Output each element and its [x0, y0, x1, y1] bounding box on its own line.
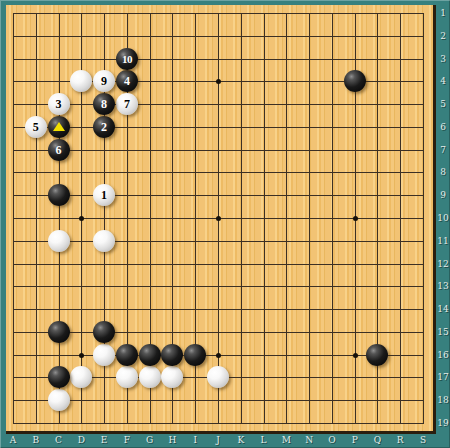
move-number: 7	[124, 98, 130, 110]
row-label-14: 14	[436, 303, 450, 315]
move-number: 3	[56, 98, 62, 110]
col-label-E: E	[96, 434, 112, 446]
stone-white-D4	[70, 70, 92, 92]
grid-line-vertical	[286, 13, 287, 424]
grid-line-vertical	[309, 13, 310, 424]
stone-white-J17	[207, 366, 229, 388]
stone-white-D17	[70, 366, 92, 388]
grid-line-horizontal	[13, 400, 424, 401]
stone-black-E15	[93, 321, 115, 343]
row-label-18: 18	[436, 394, 450, 406]
grid-line-horizontal	[13, 241, 424, 242]
col-label-Q: Q	[369, 434, 385, 446]
star-point	[79, 216, 84, 221]
col-label-P: P	[347, 434, 363, 446]
row-label-7: 7	[436, 144, 450, 156]
stone-white-F17	[116, 366, 138, 388]
col-label-L: L	[256, 434, 272, 446]
stone-white-E16	[93, 344, 115, 366]
stone-black-P4	[344, 70, 366, 92]
col-label-H: H	[164, 434, 180, 446]
col-label-R: R	[392, 434, 408, 446]
stone-black-I16	[184, 344, 206, 366]
stone-black-F3: 10	[116, 48, 138, 70]
row-label-2: 2	[436, 30, 450, 42]
board-grid[interactable]: 12345678910	[13, 13, 424, 424]
grid-line-horizontal	[13, 264, 424, 265]
grid-line-vertical	[264, 13, 265, 424]
stone-white-G17	[139, 366, 161, 388]
row-label-6: 6	[436, 121, 450, 133]
stone-black-C6	[48, 116, 70, 138]
move-number: 4	[124, 75, 130, 87]
stone-black-C17	[48, 366, 70, 388]
stone-black-G16	[139, 344, 161, 366]
stone-black-E5: 8	[93, 93, 115, 115]
col-label-O: O	[324, 434, 340, 446]
row-label-10: 10	[436, 212, 450, 224]
move-number: 5	[33, 121, 39, 133]
stone-black-E6: 2	[93, 116, 115, 138]
stone-black-C7: 6	[48, 139, 70, 161]
row-label-12: 12	[436, 258, 450, 270]
stone-white-C5: 3	[48, 93, 70, 115]
stone-white-E4: 9	[93, 70, 115, 92]
move-number: 8	[101, 98, 107, 110]
grid-line-vertical	[423, 13, 424, 424]
move-number: 6	[56, 144, 62, 156]
col-label-M: M	[278, 434, 294, 446]
col-label-F: F	[119, 434, 135, 446]
col-label-S: S	[415, 434, 431, 446]
grid-line-horizontal	[13, 286, 424, 287]
stone-white-E11	[93, 230, 115, 252]
col-label-B: B	[28, 434, 44, 446]
star-point	[216, 79, 221, 84]
col-label-K: K	[233, 434, 249, 446]
stone-black-F4: 4	[116, 70, 138, 92]
triangle-marker-icon	[53, 122, 65, 131]
row-label-9: 9	[436, 189, 450, 201]
stone-white-B6: 5	[25, 116, 47, 138]
star-point	[79, 353, 84, 358]
row-label-11: 11	[436, 235, 450, 247]
go-board[interactable]: 12345678910	[6, 5, 436, 434]
row-label-16: 16	[436, 349, 450, 361]
row-label-19: 19	[436, 417, 450, 429]
col-label-G: G	[142, 434, 158, 446]
col-label-D: D	[73, 434, 89, 446]
stone-white-C18	[48, 389, 70, 411]
row-label-13: 13	[436, 280, 450, 292]
star-point	[216, 353, 221, 358]
star-point	[216, 216, 221, 221]
col-label-N: N	[301, 434, 317, 446]
go-board-window: 12345678910 ABCDEFGHIJKLMNOPQRS 12345678…	[0, 0, 450, 448]
row-label-1: 1	[436, 7, 450, 19]
stone-black-Q16	[366, 344, 388, 366]
grid-line-vertical	[241, 13, 242, 424]
col-label-J: J	[210, 434, 226, 446]
stone-white-C11	[48, 230, 70, 252]
stone-white-F5: 7	[116, 93, 138, 115]
row-label-4: 4	[436, 75, 450, 87]
row-label-5: 5	[436, 98, 450, 110]
row-label-3: 3	[436, 53, 450, 65]
col-label-C: C	[51, 434, 67, 446]
stone-black-C15	[48, 321, 70, 343]
move-number: 1	[101, 189, 107, 201]
star-point	[353, 353, 358, 358]
move-number: 10	[122, 53, 132, 65]
stone-black-H16	[161, 344, 183, 366]
grid-line-horizontal	[13, 309, 424, 310]
stone-white-E9: 1	[93, 184, 115, 206]
star-point	[353, 216, 358, 221]
row-label-15: 15	[436, 326, 450, 338]
col-label-I: I	[187, 434, 203, 446]
grid-line-horizontal	[13, 423, 424, 424]
move-number: 2	[101, 121, 107, 133]
move-number: 9	[101, 75, 107, 87]
grid-line-vertical	[332, 13, 333, 424]
stone-black-C9	[48, 184, 70, 206]
grid-line-horizontal	[13, 332, 424, 333]
row-label-8: 8	[436, 166, 450, 178]
stone-black-F16	[116, 344, 138, 366]
stone-white-H17	[161, 366, 183, 388]
row-label-17: 17	[436, 371, 450, 383]
grid-line-vertical	[400, 13, 401, 424]
col-label-A: A	[5, 434, 21, 446]
